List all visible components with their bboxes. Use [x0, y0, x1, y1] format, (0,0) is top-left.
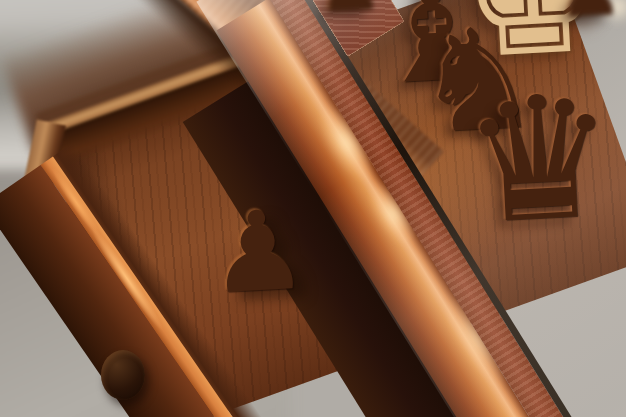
chess-piece-queen-dark[interactable]: ♛	[459, 70, 620, 248]
chess-piece-pawn-dark-top-left[interactable]: ♟	[316, 0, 384, 23]
chess-piece-pawn-dark-drawer[interactable]: ♟	[206, 194, 310, 309]
drawer-knob	[101, 350, 145, 400]
chess-piece-pawn-dark-top-right[interactable]: ♟	[555, 0, 623, 28]
photo-scene: ♝♞♚♛♟♟♟	[0, 0, 626, 417]
